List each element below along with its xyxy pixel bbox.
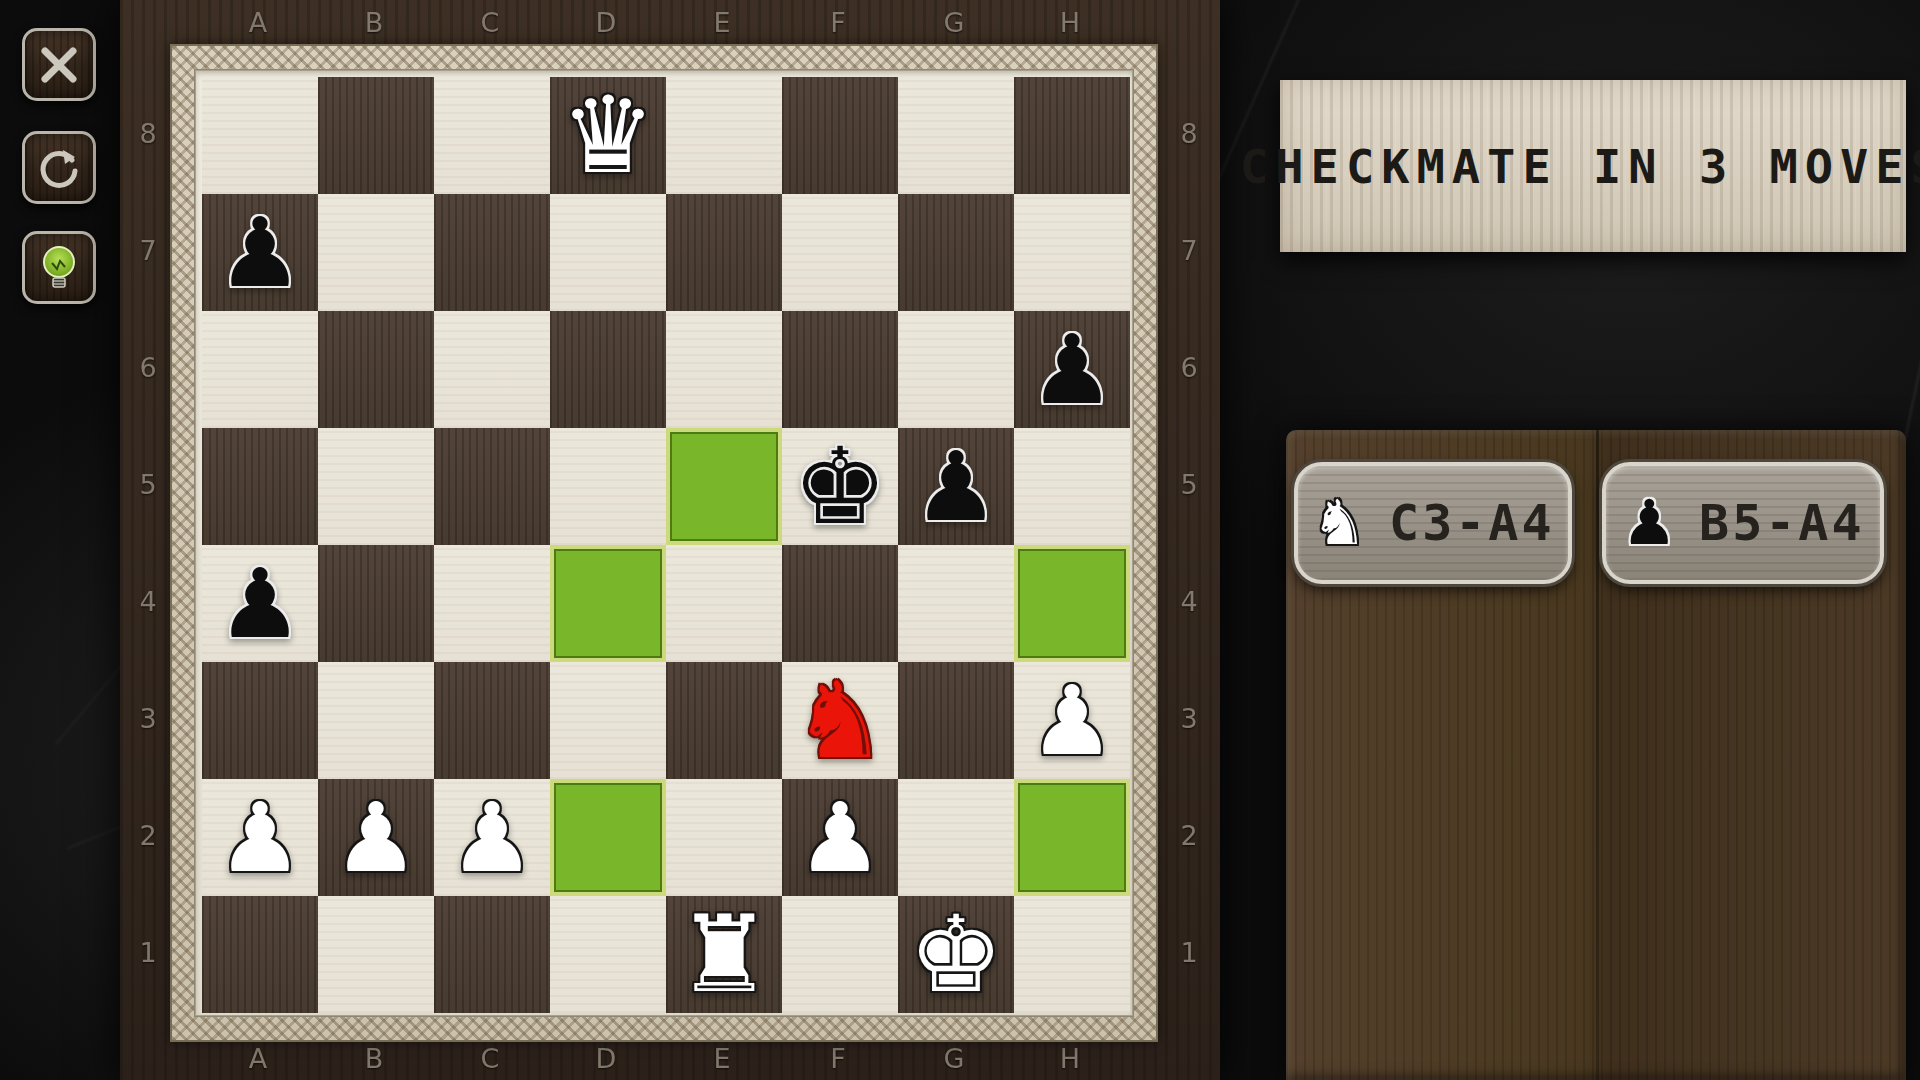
square-e3[interactable] (666, 662, 782, 779)
square-b5[interactable] (318, 428, 434, 545)
coordinate-label: C (432, 0, 548, 46)
piece-white-pawn[interactable]: ♟ (217, 790, 303, 886)
square-g3[interactable] (898, 662, 1014, 779)
coordinate-label: B (316, 1040, 432, 1080)
square-c2[interactable]: ♟ (434, 779, 550, 896)
square-h7[interactable] (1014, 194, 1130, 311)
coordinate-label: G (896, 0, 1012, 46)
coordinate-label: A (200, 0, 316, 46)
lightbulb-icon (34, 243, 84, 293)
square-g7[interactable] (898, 194, 1014, 311)
coordinate-label: 5 (1158, 426, 1220, 543)
coordinate-label: 2 (120, 777, 176, 894)
square-a1[interactable] (202, 896, 318, 1013)
square-h5[interactable] (1014, 428, 1130, 545)
piece-white-pawn[interactable]: ♟ (449, 790, 535, 886)
piece-white-pawn[interactable]: ♟ (797, 790, 883, 886)
coordinate-label: 3 (120, 660, 176, 777)
square-c1[interactable] (434, 896, 550, 1013)
square-a7[interactable]: ♟ (202, 194, 318, 311)
coordinate-label: 5 (120, 426, 176, 543)
square-e8[interactable] (666, 77, 782, 194)
piece-white-pawn[interactable]: ♟ (333, 790, 419, 886)
board-mat: ♛♟♟♚♟♟♞♟♟♟♟♟♜♚ (195, 70, 1133, 1016)
rank-labels-left: 87654321 (120, 75, 176, 1011)
square-a8[interactable] (202, 77, 318, 194)
piece-black-king[interactable]: ♚ (792, 434, 887, 540)
coordinate-label: 8 (1158, 75, 1220, 192)
coordinate-label: H (1012, 1040, 1128, 1080)
coordinate-label: 6 (1158, 309, 1220, 426)
black-pawn-icon: ♟ (1621, 492, 1677, 554)
coordinate-label: C (432, 1040, 548, 1080)
square-e1[interactable]: ♜ (666, 896, 782, 1013)
square-f8[interactable] (782, 77, 898, 194)
board-ornate-border: ♛♟♟♚♟♟♞♟♟♟♟♟♜♚ (170, 44, 1158, 1042)
square-g2[interactable] (898, 779, 1014, 896)
coordinate-label: D (548, 0, 664, 46)
coordinate-label: 2 (1158, 777, 1220, 894)
coordinate-label: F (780, 1040, 896, 1080)
square-b6[interactable] (318, 311, 434, 428)
square-c3[interactable] (434, 662, 550, 779)
square-h3[interactable]: ♟ (1014, 662, 1130, 779)
square-c4[interactable] (434, 545, 550, 662)
piece-white-pawn[interactable]: ♟ (1029, 673, 1115, 769)
square-h2[interactable] (1014, 779, 1130, 896)
square-e5[interactable] (666, 428, 782, 545)
square-b8[interactable] (318, 77, 434, 194)
square-g4[interactable] (898, 545, 1014, 662)
square-c5[interactable] (434, 428, 550, 545)
coordinate-label: 6 (120, 309, 176, 426)
square-f5[interactable]: ♚ (782, 428, 898, 545)
square-b3[interactable] (318, 662, 434, 779)
piece-white-rook[interactable]: ♜ (676, 902, 771, 1008)
coordinate-label: F (780, 0, 896, 46)
piece-black-pawn[interactable]: ♟ (217, 556, 303, 652)
square-g8[interactable] (898, 77, 1014, 194)
square-h4[interactable] (1014, 545, 1130, 662)
move-history-white-move[interactable]: ♞ C3-A4 (1294, 462, 1572, 584)
square-d1[interactable] (550, 896, 666, 1013)
close-button[interactable] (22, 28, 96, 101)
square-e2[interactable] (666, 779, 782, 896)
square-f3[interactable]: ♞ (782, 662, 898, 779)
restart-button[interactable] (22, 131, 96, 204)
coordinate-label: 8 (120, 75, 176, 192)
square-e6[interactable] (666, 311, 782, 428)
coordinate-label: 1 (120, 894, 176, 1011)
puzzle-objective-text: CHECKMATE IN 3 MOVES (1240, 139, 1920, 194)
square-c6[interactable] (434, 311, 550, 428)
puzzle-banner: CHECKMATE IN 3 MOVES (1280, 80, 1906, 252)
piece-white-knight[interactable]: ♞ (792, 668, 887, 774)
coordinate-label: 1 (1158, 894, 1220, 1011)
coordinate-label: E (664, 1040, 780, 1080)
coordinate-label: B (316, 0, 432, 46)
square-a6[interactable] (202, 311, 318, 428)
white-knight-icon: ♞ (1311, 492, 1367, 554)
move-history-black-move[interactable]: ♟ B5-A4 (1602, 462, 1884, 584)
close-icon (37, 43, 81, 87)
square-d4[interactable] (550, 545, 666, 662)
file-labels-top: ABCDEFGH (200, 0, 1128, 46)
square-d2[interactable] (550, 779, 666, 896)
square-g5[interactable]: ♟ (898, 428, 1014, 545)
square-e7[interactable] (666, 194, 782, 311)
hint-button[interactable] (22, 231, 96, 304)
rank-labels-right: 87654321 (1158, 75, 1220, 1011)
file-labels-bottom: ABCDEFGH (200, 1040, 1128, 1080)
piece-black-pawn[interactable]: ♟ (217, 205, 303, 301)
square-f2[interactable]: ♟ (782, 779, 898, 896)
square-d7[interactable] (550, 194, 666, 311)
piece-white-queen[interactable]: ♛ (560, 83, 655, 189)
square-c7[interactable] (434, 194, 550, 311)
square-d8[interactable]: ♛ (550, 77, 666, 194)
square-c8[interactable] (434, 77, 550, 194)
square-f4[interactable] (782, 545, 898, 662)
coordinate-label: G (896, 1040, 1012, 1080)
square-b2[interactable]: ♟ (318, 779, 434, 896)
game-screen: ABCDEFGH ABCDEFGH 87654321 87654321 ♛♟♟♚… (0, 0, 1920, 1080)
square-e4[interactable] (666, 545, 782, 662)
coordinate-label: 7 (1158, 192, 1220, 309)
move-label: C3-A4 (1389, 494, 1555, 552)
square-h1[interactable] (1014, 896, 1130, 1013)
piece-black-pawn[interactable]: ♟ (1029, 322, 1115, 418)
piece-black-pawn[interactable]: ♟ (913, 439, 999, 535)
square-h6[interactable]: ♟ (1014, 311, 1130, 428)
square-b1[interactable] (318, 896, 434, 1013)
square-g1[interactable]: ♚ (898, 896, 1014, 1013)
coordinate-label: 4 (1158, 543, 1220, 660)
square-d5[interactable] (550, 428, 666, 545)
square-a2[interactable]: ♟ (202, 779, 318, 896)
piece-white-king[interactable]: ♚ (908, 902, 1003, 1008)
square-g6[interactable] (898, 311, 1014, 428)
square-b7[interactable] (318, 194, 434, 311)
coordinate-label: D (548, 1040, 664, 1080)
square-d6[interactable] (550, 311, 666, 428)
coordinate-label: 3 (1158, 660, 1220, 777)
coordinate-label: 7 (120, 192, 176, 309)
square-f1[interactable] (782, 896, 898, 1013)
board-grid: ♛♟♟♚♟♟♞♟♟♟♟♟♜♚ (202, 77, 1130, 1013)
square-f6[interactable] (782, 311, 898, 428)
move-label: B5-A4 (1699, 494, 1865, 552)
square-f7[interactable] (782, 194, 898, 311)
restart-icon (35, 144, 83, 192)
square-d3[interactable] (550, 662, 666, 779)
square-a5[interactable] (202, 428, 318, 545)
coordinate-label: A (200, 1040, 316, 1080)
square-b4[interactable] (318, 545, 434, 662)
square-a4[interactable]: ♟ (202, 545, 318, 662)
square-h8[interactable] (1014, 77, 1130, 194)
coordinate-label: 4 (120, 543, 176, 660)
chess-board-frame: ABCDEFGH ABCDEFGH 87654321 87654321 ♛♟♟♚… (120, 0, 1220, 1080)
square-a3[interactable] (202, 662, 318, 779)
coordinate-label: E (664, 0, 780, 46)
coordinate-label: H (1012, 0, 1128, 46)
